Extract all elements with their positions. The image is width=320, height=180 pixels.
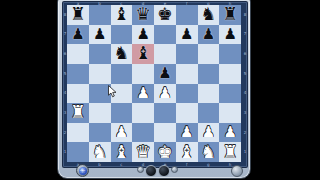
piece-white-pawn[interactable]: ♟ [198,122,220,142]
rank-label: 6 [243,44,247,64]
piece-white-knight[interactable]: ♞ [198,142,220,162]
square-g2[interactable]: ♟ [198,123,220,143]
square-h7[interactable]: ♟ [219,25,241,45]
board-frame: abcdefgh abcdefgh 87654321 87654321 ♜♝♛♚… [63,2,247,167]
small-round-button-right[interactable] [171,166,178,173]
piece-white-queen[interactable]: ♛ [132,142,154,162]
square-h6[interactable] [219,44,241,64]
square-d5[interactable] [132,64,154,84]
square-c6[interactable]: ♞ [111,44,133,64]
rank-label: 4 [243,84,247,104]
file-label: f [176,163,198,167]
square-c8[interactable]: ♝ [111,5,133,25]
piece-black-rook[interactable]: ♜ [219,5,241,25]
piece-white-pawn[interactable]: ♟ [154,83,176,103]
piece-white-bishop[interactable]: ♝ [176,142,198,162]
square-d3[interactable] [132,103,154,123]
square-b3[interactable] [89,103,111,123]
square-a7[interactable]: ♟ [67,25,89,45]
square-b2[interactable] [89,123,111,143]
square-a1[interactable] [67,142,89,162]
square-e5[interactable]: ♟ [154,64,176,84]
square-e4[interactable]: ♟ [154,84,176,104]
square-c4[interactable] [111,84,133,104]
square-h1[interactable]: ♜ [219,142,241,162]
piece-white-rook[interactable]: ♜ [67,103,89,123]
rank-label: 1 [243,142,247,162]
square-g1[interactable]: ♞ [198,142,220,162]
rank-label: 8 [243,5,247,25]
file-label: b [89,163,111,167]
square-e2[interactable] [154,123,176,143]
square-g5[interactable] [198,64,220,84]
square-a3[interactable]: ♜ [67,103,89,123]
rank-label: 3 [243,103,247,123]
piece-white-pawn[interactable]: ♟ [132,83,154,103]
square-c2[interactable]: ♟ [111,123,133,143]
square-g7[interactable]: ♟ [198,25,220,45]
square-e1[interactable]: ♚ [154,142,176,162]
square-f2[interactable]: ♟ [176,123,198,143]
square-b4[interactable] [89,84,111,104]
piece-black-queen[interactable]: ♛ [132,5,154,25]
square-e7[interactable] [154,25,176,45]
square-e8[interactable]: ♚ [154,5,176,25]
piece-black-knight[interactable]: ♞ [111,44,133,64]
file-label: g [198,163,220,167]
square-a4[interactable] [67,84,89,104]
piece-black-bishop[interactable]: ♝ [111,5,133,25]
file-label: c [111,163,133,167]
square-b7[interactable]: ♟ [89,25,111,45]
square-h8[interactable]: ♜ [219,5,241,25]
square-f4[interactable] [176,84,198,104]
square-a5[interactable] [67,64,89,84]
square-c5[interactable] [111,64,133,84]
square-b6[interactable] [89,44,111,64]
large-round-button-1[interactable] [145,165,157,177]
rank-label: 5 [243,64,247,84]
piece-white-knight[interactable]: ♞ [89,142,111,162]
square-g6[interactable] [198,44,220,64]
rank-label: 7 [243,25,247,45]
piece-black-king[interactable]: ♚ [154,5,176,25]
piece-black-pawn[interactable]: ♟ [67,24,89,44]
piece-black-pawn[interactable]: ♟ [89,24,111,44]
small-round-button-left[interactable] [137,166,144,173]
square-b1[interactable]: ♞ [89,142,111,162]
piece-black-bishop[interactable]: ♝ [132,44,154,64]
piece-black-pawn[interactable]: ♟ [154,63,176,83]
piece-white-king[interactable]: ♚ [154,142,176,162]
piece-black-knight[interactable]: ♞ [198,5,220,25]
square-d1[interactable]: ♛ [132,142,154,162]
square-c3[interactable] [111,103,133,123]
piece-white-pawn[interactable]: ♟ [111,122,133,142]
square-a8[interactable]: ♜ [67,5,89,25]
square-c7[interactable] [111,25,133,45]
square-f7[interactable]: ♟ [176,25,198,45]
piece-black-pawn[interactable]: ♟ [176,24,198,44]
square-d7[interactable]: ♟ [132,25,154,45]
square-f5[interactable] [176,64,198,84]
square-d4[interactable]: ♟ [132,84,154,104]
globe-button[interactable]: ✳ [76,164,89,177]
square-f6[interactable] [176,44,198,64]
rank-labels-right: 87654321 [243,5,247,162]
screen-background: abcdefgh abcdefgh 87654321 87654321 ♜♝♛♚… [0,0,320,180]
square-e6[interactable] [154,44,176,64]
square-g3[interactable] [198,103,220,123]
square-f3[interactable] [176,103,198,123]
chess-app-window: abcdefgh abcdefgh 87654321 87654321 ♜♝♛♚… [57,0,251,179]
square-f1[interactable]: ♝ [176,142,198,162]
square-c1[interactable]: ♝ [111,142,133,162]
square-b5[interactable] [89,64,111,84]
globe-icon: ✳ [79,167,87,175]
piece-black-pawn[interactable]: ♟ [132,24,154,44]
large-round-button-2[interactable] [158,165,170,177]
piece-black-pawn[interactable]: ♟ [219,24,241,44]
square-g8[interactable]: ♞ [198,5,220,25]
square-a6[interactable] [67,44,89,64]
piece-black-pawn[interactable]: ♟ [198,24,220,44]
square-e3[interactable] [154,103,176,123]
square-a2[interactable] [67,123,89,143]
square-h5[interactable] [219,64,241,84]
square-d8[interactable]: ♛ [132,5,154,25]
square-b8[interactable] [89,5,111,25]
piece-white-rook[interactable]: ♜ [219,142,241,162]
square-h4[interactable] [219,84,241,104]
piece-white-pawn[interactable]: ♟ [219,122,241,142]
rank-label: 2 [243,123,247,143]
square-d2[interactable] [132,123,154,143]
square-h2[interactable]: ♟ [219,123,241,143]
chess-board: ♜♝♛♚♞♜♟♟♟♟♟♟♞♝♟♟♟♜♟♟♟♟♞♝♛♚♝♞♜ [67,5,241,162]
square-f8[interactable] [176,5,198,25]
piece-black-rook[interactable]: ♜ [67,5,89,25]
square-g4[interactable] [198,84,220,104]
piece-white-pawn[interactable]: ♟ [176,122,198,142]
round-button-right[interactable] [231,165,243,177]
piece-white-bishop[interactable]: ♝ [111,142,133,162]
square-d6[interactable]: ♝ [132,44,154,64]
square-h3[interactable] [219,103,241,123]
